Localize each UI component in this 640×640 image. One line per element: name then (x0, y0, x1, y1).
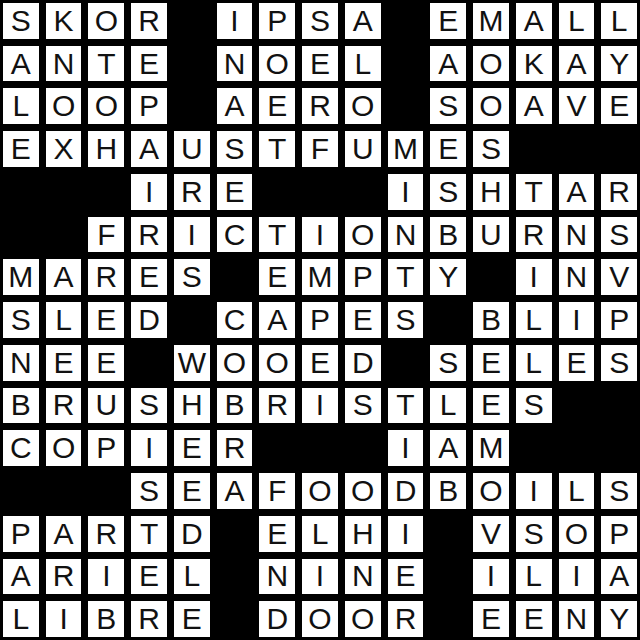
block-r6c1 (3, 217, 39, 253)
cell-r6c10[interactable]: N (388, 217, 424, 253)
cell-r5c5[interactable]: R (174, 174, 210, 210)
cell-r2c9[interactable]: L (345, 46, 381, 82)
cell-r4c10[interactable]: M (388, 131, 424, 167)
cell-r14c12[interactable]: I (473, 559, 509, 595)
cell-r7c4[interactable]: E (131, 259, 167, 295)
block-r11c8 (302, 430, 338, 466)
cell-r15c13[interactable]: E (516, 601, 552, 637)
cell-r9c2[interactable]: E (46, 345, 82, 381)
cell-r1c3[interactable]: O (88, 3, 124, 39)
cell-r10c9[interactable]: S (345, 388, 381, 424)
cell-r15c8[interactable]: O (302, 601, 338, 637)
cell-r6c3[interactable]: F (88, 217, 124, 253)
cell-r4c4[interactable]: A (131, 131, 167, 167)
cell-r13c4[interactable]: T (131, 516, 167, 552)
block-r2c10 (388, 46, 424, 82)
cell-r7c3[interactable]: R (88, 259, 124, 295)
block-r11c9 (345, 430, 381, 466)
cell-r8c12[interactable]: B (473, 302, 509, 338)
cell-r8c1[interactable]: S (3, 302, 39, 338)
cell-r9c12[interactable]: E (473, 345, 509, 381)
cell-r10c13[interactable]: S (516, 388, 552, 424)
cell-r15c2[interactable]: I (46, 601, 82, 637)
cell-r10c5[interactable]: H (174, 388, 210, 424)
cell-r12c4[interactable]: S (131, 473, 167, 509)
block-r14c6 (217, 559, 253, 595)
cell-r8c3[interactable]: E (88, 302, 124, 338)
cell-r8c2[interactable]: L (46, 302, 82, 338)
cell-r9c1[interactable]: N (3, 345, 39, 381)
cell-r5c14[interactable]: A (559, 174, 595, 210)
cell-r8c7[interactable]: A (259, 302, 295, 338)
cell-r4c11[interactable]: E (430, 131, 466, 167)
block-r10c15 (601, 388, 637, 424)
block-r5c7 (259, 174, 295, 210)
cell-r14c5[interactable]: L (174, 559, 210, 595)
cell-r13c12[interactable]: V (473, 516, 509, 552)
cell-r13c3[interactable]: R (88, 516, 124, 552)
block-r15c6 (217, 601, 253, 637)
cell-r3c1[interactable]: L (3, 88, 39, 124)
block-r3c5 (174, 88, 210, 124)
cell-r10c10[interactable]: T (388, 388, 424, 424)
cell-r11c6[interactable]: R (217, 430, 253, 466)
cell-r12c14[interactable]: L (559, 473, 595, 509)
block-r3c10 (388, 88, 424, 124)
cell-r3c2[interactable]: O (46, 88, 82, 124)
cell-r11c1[interactable]: C (3, 430, 39, 466)
cell-r13c8[interactable]: L (302, 516, 338, 552)
block-r5c3 (88, 174, 124, 210)
block-r7c6 (217, 259, 253, 295)
cell-r4c7[interactable]: T (259, 131, 295, 167)
cell-r14c4[interactable]: E (131, 559, 167, 595)
cell-r10c6[interactable]: B (217, 388, 253, 424)
cell-r11c12[interactable]: M (473, 430, 509, 466)
cell-r3c9[interactable]: O (345, 88, 381, 124)
cell-r2c13[interactable]: K (516, 46, 552, 82)
cell-r9c8[interactable]: E (302, 345, 338, 381)
cell-r13c15[interactable]: P (601, 516, 637, 552)
cell-r8c9[interactable]: E (345, 302, 381, 338)
block-r9c4 (131, 345, 167, 381)
block-r5c8 (302, 174, 338, 210)
block-r9c10 (388, 345, 424, 381)
cell-r2c6[interactable]: N (217, 46, 253, 82)
cell-r14c2[interactable]: R (46, 559, 82, 595)
cell-r9c11[interactable]: S (430, 345, 466, 381)
cell-r15c7[interactable]: D (259, 601, 295, 637)
cell-r7c5[interactable]: S (174, 259, 210, 295)
cell-r12c10[interactable]: D (388, 473, 424, 509)
cell-r1c12[interactable]: M (473, 3, 509, 39)
cell-r15c14[interactable]: N (559, 601, 595, 637)
cell-r9c6[interactable]: O (217, 345, 253, 381)
cell-r13c9[interactable]: H (345, 516, 381, 552)
cell-r9c13[interactable]: L (516, 345, 552, 381)
cell-r3c11[interactable]: S (430, 88, 466, 124)
cell-r12c8[interactable]: O (302, 473, 338, 509)
cell-r8c14[interactable]: I (559, 302, 595, 338)
cell-r8c13[interactable]: L (516, 302, 552, 338)
cell-r7c15[interactable]: V (601, 259, 637, 295)
cell-r2c4[interactable]: E (131, 46, 167, 82)
cell-r3c8[interactable]: R (302, 88, 338, 124)
cell-r8c4[interactable]: D (131, 302, 167, 338)
cell-r13c2[interactable]: A (46, 516, 82, 552)
block-r12c1 (3, 473, 39, 509)
cell-r9c5[interactable]: W (174, 345, 210, 381)
cell-r4c9[interactable]: U (345, 131, 381, 167)
cell-r6c4[interactable]: R (131, 217, 167, 253)
cell-r5c10[interactable]: I (388, 174, 424, 210)
cell-r13c13[interactable]: S (516, 516, 552, 552)
crossword-puzzle: SKORIPSAEMALLANTENOELAOKAYLOOPAEROSOAVEE… (0, 0, 640, 640)
cell-r2c7[interactable]: O (259, 46, 295, 82)
cell-r9c3[interactable]: E (88, 345, 124, 381)
cell-r3c14[interactable]: V (559, 88, 595, 124)
cell-r1c11[interactable]: E (430, 3, 466, 39)
cell-r8c6[interactable]: C (217, 302, 253, 338)
cell-r6c9[interactable]: O (345, 217, 381, 253)
cell-r3c12[interactable]: O (473, 88, 509, 124)
cell-r7c10[interactable]: T (388, 259, 424, 295)
block-r1c5 (174, 3, 210, 39)
cell-r15c5[interactable]: E (174, 601, 210, 637)
cell-r13c5[interactable]: D (174, 516, 210, 552)
cell-r5c13[interactable]: T (516, 174, 552, 210)
cell-r4c8[interactable]: F (302, 131, 338, 167)
cell-r3c6[interactable]: A (217, 88, 253, 124)
cell-r4c5[interactable]: U (174, 131, 210, 167)
cell-r12c12[interactable]: O (473, 473, 509, 509)
cell-r4c3[interactable]: H (88, 131, 124, 167)
cell-r4c12[interactable]: S (473, 131, 509, 167)
cell-r7c7[interactable]: E (259, 259, 295, 295)
cell-r15c3[interactable]: B (88, 601, 124, 637)
block-r4c15 (601, 131, 637, 167)
cell-r3c15[interactable]: E (601, 88, 637, 124)
cell-r14c7[interactable]: N (259, 559, 295, 595)
cell-r10c7[interactable]: R (259, 388, 295, 424)
block-r6c2 (46, 217, 82, 253)
cell-r11c4[interactable]: I (131, 430, 167, 466)
cell-r1c14[interactable]: L (559, 3, 595, 39)
cell-r1c4[interactable]: R (131, 3, 167, 39)
cell-r12c6[interactable]: A (217, 473, 253, 509)
cell-r7c13[interactable]: I (516, 259, 552, 295)
cell-r10c3[interactable]: U (88, 388, 124, 424)
cell-r4c6[interactable]: S (217, 131, 253, 167)
cell-r1c13[interactable]: A (516, 3, 552, 39)
cell-r8c10[interactable]: S (388, 302, 424, 338)
cell-r2c1[interactable]: A (3, 46, 39, 82)
cell-r1c7[interactable]: P (259, 3, 295, 39)
cell-r9c15[interactable]: S (601, 345, 637, 381)
cell-r13c14[interactable]: O (559, 516, 595, 552)
block-r13c6 (217, 516, 253, 552)
cell-r9c14[interactable]: E (559, 345, 595, 381)
cell-r3c7[interactable]: E (259, 88, 295, 124)
cell-r6c15[interactable]: S (601, 217, 637, 253)
cell-r7c8[interactable]: M (302, 259, 338, 295)
block-r5c2 (46, 174, 82, 210)
cell-r6c14[interactable]: N (559, 217, 595, 253)
cell-r2c8[interactable]: E (302, 46, 338, 82)
cell-r6c12[interactable]: U (473, 217, 509, 253)
cell-r2c2[interactable]: N (46, 46, 82, 82)
cell-r5c4[interactable]: I (131, 174, 167, 210)
cell-r2c14[interactable]: A (559, 46, 595, 82)
crossword-board: SKORIPSAEMALLANTENOELAOKAYLOOPAEROSOAVEE… (0, 0, 640, 640)
cell-r11c3[interactable]: P (88, 430, 124, 466)
cell-r13c10[interactable]: I (388, 516, 424, 552)
cell-r10c1[interactable]: B (3, 388, 39, 424)
cell-r4c2[interactable]: X (46, 131, 82, 167)
block-r1c10 (388, 3, 424, 39)
cell-r1c6[interactable]: I (217, 3, 253, 39)
block-r8c5 (174, 302, 210, 338)
cell-r10c11[interactable]: L (430, 388, 466, 424)
cell-r7c1[interactable]: M (3, 259, 39, 295)
block-r8c11 (430, 302, 466, 338)
cell-r7c11[interactable]: Y (430, 259, 466, 295)
cell-r11c2[interactable]: O (46, 430, 82, 466)
cell-r3c3[interactable]: O (88, 88, 124, 124)
cell-r1c15[interactable]: L (601, 3, 637, 39)
cell-r11c11[interactable]: A (430, 430, 466, 466)
cell-r15c12[interactable]: E (473, 601, 509, 637)
cell-r6c5[interactable]: I (174, 217, 210, 253)
cell-r10c4[interactable]: S (131, 388, 167, 424)
cell-r6c13[interactable]: R (516, 217, 552, 253)
cell-r14c13[interactable]: L (516, 559, 552, 595)
cell-r1c9[interactable]: A (345, 3, 381, 39)
cell-r14c14[interactable]: I (559, 559, 595, 595)
cell-r10c12[interactable]: E (473, 388, 509, 424)
cell-r13c7[interactable]: E (259, 516, 295, 552)
block-r5c1 (3, 174, 39, 210)
cell-r9c7[interactable]: O (259, 345, 295, 381)
cell-r15c15[interactable]: Y (601, 601, 637, 637)
cell-r10c2[interactable]: R (46, 388, 82, 424)
block-r2c5 (174, 46, 210, 82)
cell-r5c15[interactable]: R (601, 174, 637, 210)
cell-r12c11[interactable]: B (430, 473, 466, 509)
cell-r12c13[interactable]: I (516, 473, 552, 509)
cell-r15c10[interactable]: R (388, 601, 424, 637)
cell-r1c2[interactable]: K (46, 3, 82, 39)
cell-r6c6[interactable]: C (217, 217, 253, 253)
block-r11c13 (516, 430, 552, 466)
cell-r8c15[interactable]: P (601, 302, 637, 338)
cell-r15c1[interactable]: L (3, 601, 39, 637)
cell-r6c7[interactable]: T (259, 217, 295, 253)
cell-r6c8[interactable]: I (302, 217, 338, 253)
block-r4c13 (516, 131, 552, 167)
cell-r7c9[interactable]: P (345, 259, 381, 295)
cell-r14c9[interactable]: N (345, 559, 381, 595)
cell-r11c5[interactable]: E (174, 430, 210, 466)
cell-r12c9[interactable]: O (345, 473, 381, 509)
cell-r3c4[interactable]: P (131, 88, 167, 124)
block-r4c14 (559, 131, 595, 167)
cell-r14c1[interactable]: A (3, 559, 39, 595)
block-r14c11 (430, 559, 466, 595)
cell-r2c3[interactable]: T (88, 46, 124, 82)
cell-r2c12[interactable]: O (473, 46, 509, 82)
cell-r14c10[interactable]: E (388, 559, 424, 595)
cell-r13c1[interactable]: P (3, 516, 39, 552)
cell-r14c8[interactable]: I (302, 559, 338, 595)
cell-r9c9[interactable]: D (345, 345, 381, 381)
block-r11c15 (601, 430, 637, 466)
cell-r1c8[interactable]: S (302, 3, 338, 39)
block-r10c14 (559, 388, 595, 424)
cell-r12c15[interactable]: S (601, 473, 637, 509)
cell-r14c15[interactable]: A (601, 559, 637, 595)
cell-r2c11[interactable]: A (430, 46, 466, 82)
block-r15c11 (430, 601, 466, 637)
cell-r10c8[interactable]: I (302, 388, 338, 424)
cell-r8c8[interactable]: P (302, 302, 338, 338)
cell-r2c15[interactable]: Y (601, 46, 637, 82)
cell-r11c10[interactable]: I (388, 430, 424, 466)
cell-r7c14[interactable]: N (559, 259, 595, 295)
cell-r1c1[interactable]: S (3, 3, 39, 39)
cell-r5c11[interactable]: S (430, 174, 466, 210)
cell-r15c9[interactable]: O (345, 601, 381, 637)
cell-r5c12[interactable]: H (473, 174, 509, 210)
cell-r4c1[interactable]: E (3, 131, 39, 167)
block-r13c11 (430, 516, 466, 552)
cell-r14c3[interactable]: I (88, 559, 124, 595)
block-r11c14 (559, 430, 595, 466)
cell-r7c2[interactable]: A (46, 259, 82, 295)
cell-r12c5[interactable]: E (174, 473, 210, 509)
cell-r15c4[interactable]: R (131, 601, 167, 637)
cell-r12c7[interactable]: F (259, 473, 295, 509)
block-r7c12 (473, 259, 509, 295)
block-r12c2 (46, 473, 82, 509)
block-r11c7 (259, 430, 295, 466)
block-r12c3 (88, 473, 124, 509)
cell-r5c6[interactable]: E (217, 174, 253, 210)
block-r5c9 (345, 174, 381, 210)
cell-r6c11[interactable]: B (430, 217, 466, 253)
cell-r3c13[interactable]: A (516, 88, 552, 124)
